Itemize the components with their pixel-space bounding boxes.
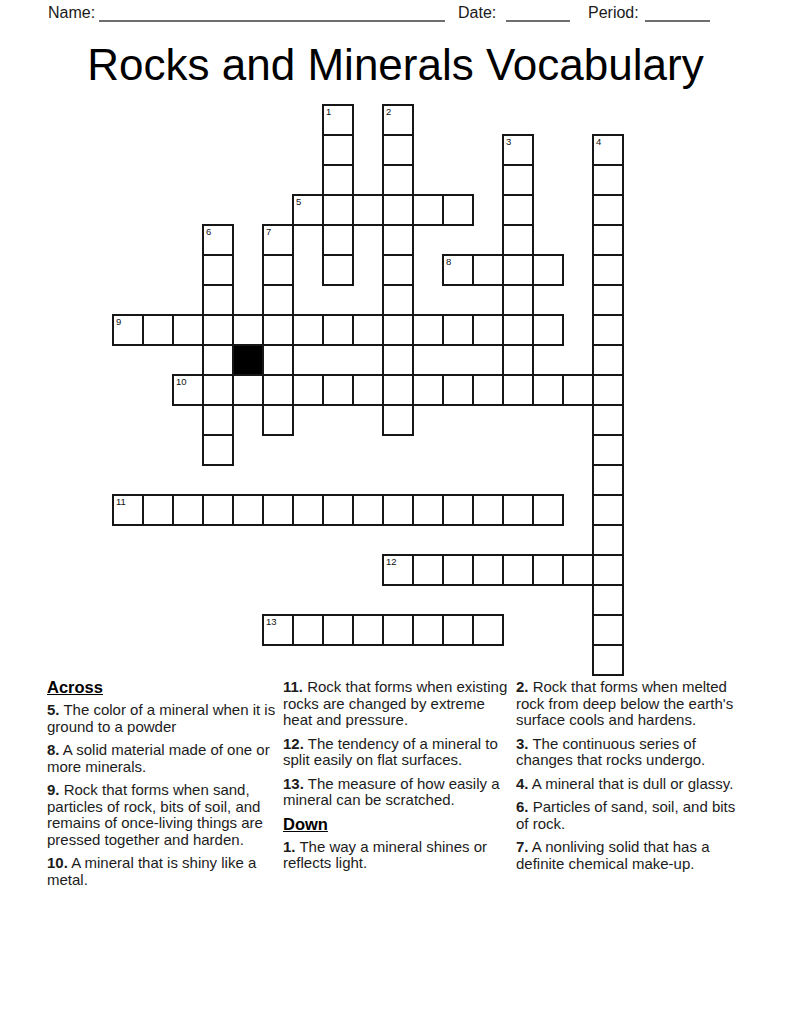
clues-column-1: Across 5. The color of a mineral when it… <box>47 679 287 895</box>
grid-cell[interactable] <box>322 134 354 166</box>
grid-cell[interactable] <box>412 194 444 226</box>
grid-cell[interactable] <box>292 314 324 346</box>
grid-cell[interactable] <box>262 254 294 286</box>
grid-cell[interactable] <box>142 314 174 346</box>
grid-cell[interactable] <box>262 404 294 436</box>
grid-cell[interactable] <box>232 314 264 346</box>
grid-cell[interactable] <box>442 194 474 226</box>
grid-cell[interactable]: 11 <box>112 494 144 526</box>
grid-cell[interactable] <box>412 554 444 586</box>
grid-cell[interactable] <box>382 164 414 196</box>
grid-cell[interactable] <box>322 494 354 526</box>
grid-cell[interactable] <box>502 554 534 586</box>
clue-number-9: 9 <box>116 316 121 327</box>
grid-cell[interactable] <box>202 374 234 406</box>
down-clues-part2: 2. Rock that forms when melted rock from… <box>516 679 746 872</box>
grid-cell[interactable] <box>322 194 354 226</box>
grid-cell[interactable] <box>472 494 504 526</box>
grid-cell[interactable] <box>412 374 444 406</box>
grid-cell[interactable] <box>532 554 564 586</box>
grid-cell[interactable] <box>592 554 624 586</box>
grid-cell[interactable] <box>352 314 384 346</box>
grid-cell[interactable] <box>322 164 354 196</box>
clues-column-2: 11. Rock that forms when existing rocks … <box>283 679 511 879</box>
name-blank[interactable] <box>99 3 445 22</box>
grid-cell[interactable] <box>592 164 624 196</box>
crossword-worksheet: { "game": "crossword", "title": "Rocks a… <box>0 0 791 1024</box>
grid-cell[interactable] <box>592 254 624 286</box>
grid-cell[interactable] <box>322 374 354 406</box>
grid-cell[interactable]: 10 <box>172 374 204 406</box>
grid-cell[interactable] <box>502 164 534 196</box>
grid-cell[interactable] <box>412 494 444 526</box>
grid-cell[interactable] <box>202 314 234 346</box>
grid-cell[interactable]: 7 <box>262 224 294 256</box>
grid-cell[interactable] <box>442 494 474 526</box>
across-heading: Across <box>47 679 287 696</box>
grid-cell[interactable] <box>502 374 534 406</box>
grid-cell[interactable] <box>322 314 354 346</box>
grid-cell[interactable] <box>202 404 234 436</box>
black-cell <box>232 344 264 376</box>
grid-cell[interactable] <box>502 224 534 256</box>
grid-cell[interactable] <box>562 554 594 586</box>
grid-cell[interactable]: 4 <box>592 134 624 166</box>
grid-cell[interactable] <box>472 554 504 586</box>
grid-cell[interactable] <box>382 374 414 406</box>
grid-cell[interactable] <box>322 614 354 646</box>
grid-cell[interactable] <box>202 344 234 376</box>
grid-cell[interactable]: 5 <box>292 194 324 226</box>
grid-cell[interactable] <box>592 404 624 436</box>
clue-6-down: 6. Particles of sand, soil, and bits of … <box>516 799 746 832</box>
down-heading: Down <box>283 816 511 833</box>
date-label: Date: <box>458 4 496 22</box>
grid-cell[interactable] <box>322 254 354 286</box>
grid-cell[interactable] <box>142 494 174 526</box>
grid-cell[interactable] <box>532 494 564 526</box>
across-clues-part2: 11. Rock that forms when existing rocks … <box>283 679 511 809</box>
grid-cell[interactable]: 12 <box>382 554 414 586</box>
grid-cell[interactable]: 1 <box>322 104 354 136</box>
grid-cell[interactable] <box>262 344 294 376</box>
grid-cell[interactable] <box>262 374 294 406</box>
grid-cell[interactable] <box>262 314 294 346</box>
grid-cell[interactable] <box>592 524 624 556</box>
grid-cell[interactable] <box>592 194 624 226</box>
grid-cell[interactable] <box>592 644 624 676</box>
grid-cell[interactable] <box>172 314 204 346</box>
grid-cell[interactable] <box>352 194 384 226</box>
clue-number-11: 11 <box>116 496 126 507</box>
grid-cell[interactable] <box>352 374 384 406</box>
grid-cell[interactable] <box>202 284 234 316</box>
clue-7-down: 7. A nonliving solid that has a definite… <box>516 839 746 872</box>
clue-number-7: 7 <box>266 226 271 237</box>
clues-column-3: 2. Rock that forms when melted rock from… <box>516 679 746 879</box>
grid-cell[interactable] <box>382 224 414 256</box>
grid-cell[interactable] <box>592 314 624 346</box>
clue-5-across: 5. The color of a mineral when it is gro… <box>47 702 287 735</box>
grid-cell[interactable] <box>262 284 294 316</box>
clue-number-1: 1 <box>326 106 331 117</box>
grid-cell[interactable] <box>292 614 324 646</box>
grid-cell[interactable] <box>382 614 414 646</box>
grid-cell[interactable] <box>352 614 384 646</box>
grid-cell[interactable] <box>442 614 474 646</box>
grid-cell[interactable] <box>592 374 624 406</box>
clue-11-across: 11. Rock that forms when existing rocks … <box>283 679 511 729</box>
grid-cell[interactable] <box>502 254 534 286</box>
grid-cell[interactable] <box>382 284 414 316</box>
grid-cell[interactable]: 13 <box>262 614 294 646</box>
clue-13-across: 13. The measure of how easily a mineral … <box>283 776 511 809</box>
grid-cell[interactable]: 9 <box>112 314 144 346</box>
clue-9-across: 9. Rock that forms when sand, particles … <box>47 782 287 848</box>
grid-cell[interactable] <box>442 554 474 586</box>
grid-cell[interactable] <box>592 464 624 496</box>
clue-number-4: 4 <box>596 136 601 147</box>
across-clues-part1: 5. The color of a mineral when it is gro… <box>47 702 287 888</box>
grid-cell[interactable] <box>592 584 624 616</box>
clue-12-across: 12. The tendency of a mineral to split e… <box>283 736 511 769</box>
grid-cell[interactable] <box>502 494 534 526</box>
grid-cell[interactable] <box>412 614 444 646</box>
grid-cell[interactable] <box>202 434 234 466</box>
grid-cell[interactable] <box>382 404 414 436</box>
grid-cell[interactable] <box>322 224 354 256</box>
grid-cell[interactable] <box>562 374 594 406</box>
grid-cell[interactable] <box>202 494 234 526</box>
grid-cell[interactable] <box>262 494 294 526</box>
period-blank[interactable] <box>645 3 710 22</box>
grid-cell[interactable]: 3 <box>502 134 534 166</box>
clue-number-10: 10 <box>176 376 187 387</box>
grid-cell[interactable] <box>472 374 504 406</box>
crossword-grid: 12345678910111213 <box>112 104 626 678</box>
grid-cell[interactable] <box>472 614 504 646</box>
grid-cell[interactable] <box>382 194 414 226</box>
grid-cell[interactable] <box>502 284 534 316</box>
grid-cell[interactable] <box>472 314 504 346</box>
clue-8-across: 8. A solid material made of one or more … <box>47 742 287 775</box>
grid-cell[interactable] <box>352 494 384 526</box>
grid-cell[interactable] <box>382 134 414 166</box>
grid-cell[interactable] <box>532 314 564 346</box>
grid-cell[interactable] <box>592 494 624 526</box>
clue-1-down: 1. The way a mineral shines or reflects … <box>283 839 511 872</box>
clue-10-across: 10. A mineral that is shiny like a metal… <box>47 855 287 888</box>
grid-cell[interactable] <box>442 314 474 346</box>
grid-cell[interactable] <box>232 494 264 526</box>
clue-4-down: 4. A mineral that is dull or glassy. <box>516 776 746 793</box>
grid-cell[interactable]: 2 <box>382 104 414 136</box>
clue-3-down: 3. The continuous series of changes that… <box>516 736 746 769</box>
grid-cell[interactable] <box>592 614 624 646</box>
grid-cell[interactable] <box>592 344 624 376</box>
clue-number-5: 5 <box>296 196 301 207</box>
grid-cell[interactable] <box>592 224 624 256</box>
page-title: Rocks and Minerals Vocabulary <box>0 40 791 90</box>
clue-2-down: 2. Rock that forms when melted rock from… <box>516 679 746 729</box>
grid-cell[interactable] <box>442 374 474 406</box>
grid-cell[interactable] <box>502 314 534 346</box>
period-label: Period: <box>588 4 639 22</box>
grid-cell[interactable] <box>502 194 534 226</box>
grid-cell[interactable] <box>232 374 264 406</box>
date-blank[interactable] <box>506 3 570 22</box>
grid-cell[interactable] <box>592 434 624 466</box>
clue-number-13: 13 <box>266 616 277 627</box>
grid-cell[interactable] <box>472 254 504 286</box>
grid-cell[interactable] <box>292 494 324 526</box>
grid-cell[interactable] <box>382 494 414 526</box>
grid-cell[interactable]: 8 <box>442 254 474 286</box>
grid-cell[interactable] <box>382 254 414 286</box>
down-clues-part1: 1. The way a mineral shines or reflects … <box>283 839 511 872</box>
grid-cell[interactable] <box>202 254 234 286</box>
grid-cell[interactable]: 6 <box>202 224 234 256</box>
grid-cell[interactable] <box>172 494 204 526</box>
grid-cell[interactable] <box>502 344 534 376</box>
clue-number-12: 12 <box>386 556 397 567</box>
grid-cell[interactable] <box>382 314 414 346</box>
grid-cell[interactable] <box>592 284 624 316</box>
clue-number-3: 3 <box>506 136 511 147</box>
clue-number-8: 8 <box>446 256 451 267</box>
clue-number-2: 2 <box>386 106 391 117</box>
grid-cell[interactable] <box>412 314 444 346</box>
name-label: Name: <box>48 4 95 22</box>
grid-cell[interactable] <box>382 344 414 376</box>
grid-cell[interactable] <box>292 374 324 406</box>
grid-cell[interactable] <box>532 254 564 286</box>
grid-cell[interactable] <box>532 374 564 406</box>
clue-number-6: 6 <box>206 226 211 237</box>
